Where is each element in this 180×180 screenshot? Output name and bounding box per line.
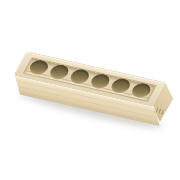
wood-stamp-mark <box>156 107 165 115</box>
product-photo-canvas <box>0 0 180 180</box>
